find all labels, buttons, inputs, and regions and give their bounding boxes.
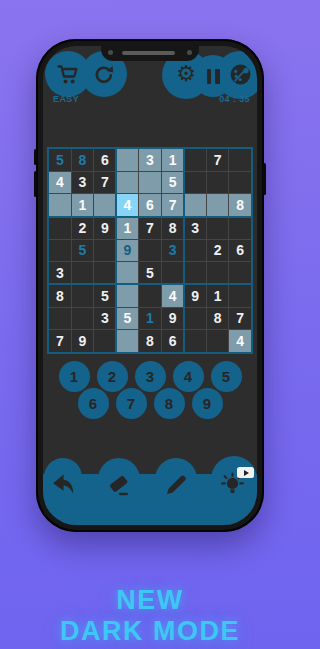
pause-icon: [207, 69, 220, 84]
cell-r5c7[interactable]: [184, 240, 206, 262]
cell-r8c2[interactable]: [72, 308, 94, 330]
pencil-icon: [163, 471, 190, 501]
sudoku-board-grid: 5863174375146782917835932635854913519877…: [49, 149, 251, 352]
power-button: [263, 163, 266, 195]
cell-r4c9[interactable]: [229, 217, 251, 239]
cell-r5c3[interactable]: [94, 240, 116, 262]
erase-button[interactable]: [104, 471, 134, 501]
volume-down-button: [34, 171, 37, 197]
cell-r7c3[interactable]: 5: [94, 285, 116, 307]
cell-r1c6[interactable]: 1: [162, 149, 184, 171]
cell-r3c1[interactable]: [49, 194, 71, 216]
cell-r5c8[interactable]: 2: [207, 240, 229, 262]
cell-r9c4[interactable]: [117, 330, 139, 352]
app-screen: ⚙ EASY: [43, 46, 257, 525]
cell-r8c4[interactable]: 5: [117, 308, 139, 330]
cell-r9c2[interactable]: 9: [72, 330, 94, 352]
cell-r4c2[interactable]: 2: [72, 217, 94, 239]
cell-r3c5[interactable]: 6: [139, 194, 161, 216]
status-row: EASY 04 : 35: [53, 94, 250, 104]
numpad-9[interactable]: 9: [192, 388, 223, 419]
cell-r2c1[interactable]: 4: [49, 172, 71, 194]
cell-r2c2[interactable]: 3: [72, 172, 94, 194]
numpad-6[interactable]: 6: [78, 388, 109, 419]
caption-line-1: NEW: [0, 585, 300, 616]
cell-r1c7[interactable]: [184, 149, 206, 171]
cell-r2c6[interactable]: 5: [162, 172, 184, 194]
cell-r1c1[interactable]: 5: [49, 149, 71, 171]
cell-r7c5[interactable]: [139, 285, 161, 307]
camera-dot: [108, 50, 113, 55]
cell-r8c5[interactable]: 1: [139, 308, 161, 330]
cell-r7c8[interactable]: 1: [207, 285, 229, 307]
cell-r9c8[interactable]: [207, 330, 229, 352]
settings-button[interactable]: ⚙: [173, 60, 199, 88]
cell-r1c9[interactable]: [229, 149, 251, 171]
phone-frame: ⚙ EASY: [36, 39, 264, 532]
numpad: 123456789: [43, 361, 257, 419]
cell-r9c7[interactable]: [184, 330, 206, 352]
cell-r2c5[interactable]: [139, 172, 161, 194]
cell-r5c6[interactable]: 3: [162, 240, 184, 262]
undo-icon: [49, 471, 77, 502]
cell-r4c5[interactable]: 7: [139, 217, 161, 239]
video-ad-badge: [237, 467, 254, 478]
cell-r7c6[interactable]: 4: [162, 285, 184, 307]
cell-r8c9[interactable]: 7: [229, 308, 251, 330]
cell-r1c4[interactable]: [117, 149, 139, 171]
cell-r2c8[interactable]: [207, 172, 229, 194]
numpad-7[interactable]: 7: [116, 388, 147, 419]
cell-r3c2[interactable]: 1: [72, 194, 94, 216]
cell-r1c2[interactable]: 8: [72, 149, 94, 171]
cell-r2c9[interactable]: [229, 172, 251, 194]
marketing-banner: ⚙ EASY: [0, 0, 300, 649]
cell-r4c6[interactable]: 8: [162, 217, 184, 239]
notes-button[interactable]: [161, 471, 191, 501]
cell-r5c5[interactable]: [139, 240, 161, 262]
cell-r4c4[interactable]: 1: [117, 217, 139, 239]
cell-r5c1[interactable]: [49, 240, 71, 262]
cell-r5c9[interactable]: 6: [229, 240, 251, 262]
cell-r8c6[interactable]: 9: [162, 308, 184, 330]
cell-r1c8[interactable]: 7: [207, 149, 229, 171]
cell-r7c4[interactable]: [117, 285, 139, 307]
pause-button[interactable]: [201, 64, 225, 88]
timer: 04 : 35: [219, 94, 250, 104]
cell-r3c3[interactable]: [94, 194, 116, 216]
caption-line-2: DARK MODE: [0, 616, 300, 647]
cell-r5c4[interactable]: 9: [117, 240, 139, 262]
cell-r3c7[interactable]: [184, 194, 206, 216]
cell-r9c6[interactable]: 6: [162, 330, 184, 352]
cell-r6c4[interactable]: [117, 262, 139, 284]
camera-dot: [187, 50, 192, 55]
palette-icon: [228, 62, 253, 90]
cell-r6c1[interactable]: 3: [49, 262, 71, 284]
undo-button[interactable]: [48, 471, 78, 501]
cell-r5c2[interactable]: 5: [72, 240, 94, 262]
cell-r9c1[interactable]: 7: [49, 330, 71, 352]
cell-r4c3[interactable]: 9: [94, 217, 116, 239]
cell-r7c1[interactable]: 8: [49, 285, 71, 307]
cell-r3c8[interactable]: [207, 194, 229, 216]
cell-r6c7[interactable]: [184, 262, 206, 284]
cell-r4c1[interactable]: [49, 217, 71, 239]
restart-button[interactable]: [91, 63, 117, 89]
cell-r7c9[interactable]: [229, 285, 251, 307]
cell-r8c8[interactable]: 8: [207, 308, 229, 330]
cell-r3c4[interactable]: 4: [117, 194, 139, 216]
volume-up-button: [34, 149, 37, 165]
cell-r4c8[interactable]: [207, 217, 229, 239]
cell-r6c8[interactable]: [207, 262, 229, 284]
cell-r8c1[interactable]: [49, 308, 71, 330]
notch: [101, 46, 199, 61]
theme-button[interactable]: [227, 63, 253, 89]
cell-r1c5[interactable]: 3: [139, 149, 161, 171]
cell-r2c4[interactable]: [117, 172, 139, 194]
shop-button[interactable]: [55, 63, 81, 89]
numpad-row-2: 6789: [78, 388, 223, 419]
difficulty-label: EASY: [53, 94, 79, 104]
cell-r6c9[interactable]: [229, 262, 251, 284]
cell-r2c3[interactable]: 7: [94, 172, 116, 194]
speaker-grille: [122, 51, 175, 55]
cell-r8c7[interactable]: [184, 308, 206, 330]
cell-r1c3[interactable]: 6: [94, 149, 116, 171]
gear-icon: ⚙: [176, 61, 196, 87]
cell-r6c2[interactable]: [72, 262, 94, 284]
cell-r9c9[interactable]: 4: [229, 330, 251, 352]
cell-r6c6[interactable]: [162, 262, 184, 284]
cell-r3c6[interactable]: 7: [162, 194, 184, 216]
cell-r6c5[interactable]: 5: [139, 262, 161, 284]
cell-r6c3[interactable]: [94, 262, 116, 284]
cell-r7c2[interactable]: [72, 285, 94, 307]
cell-r4c7[interactable]: 3: [184, 217, 206, 239]
eraser-icon: [106, 471, 133, 501]
refresh-icon: [92, 63, 116, 90]
cart-icon: [56, 63, 80, 90]
cell-r8c3[interactable]: 3: [94, 308, 116, 330]
numpad-8[interactable]: 8: [154, 388, 185, 419]
sudoku-board: 5863174375146782917835932635854913519877…: [47, 147, 253, 354]
cell-r3c9[interactable]: 8: [229, 194, 251, 216]
cell-r9c5[interactable]: 8: [139, 330, 161, 352]
cell-r7c7[interactable]: 9: [184, 285, 206, 307]
play-icon: [244, 470, 249, 476]
cell-r2c7[interactable]: [184, 172, 206, 194]
cell-r9c3[interactable]: [94, 330, 116, 352]
